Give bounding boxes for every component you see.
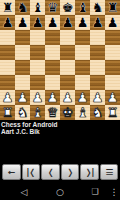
square-h5[interactable] <box>105 45 120 60</box>
square-f8[interactable]: ♝ <box>75 0 90 15</box>
white-bishop-piece: ♝ <box>32 105 44 120</box>
menu-button[interactable]: ☰ <box>100 164 119 180</box>
black-pawn-piece: ♟ <box>2 15 14 30</box>
square-g4[interactable] <box>90 60 105 75</box>
square-h4[interactable] <box>105 60 120 75</box>
white-pawn-piece: ♟ <box>62 90 74 105</box>
square-a5[interactable] <box>0 45 15 60</box>
black-knight-piece: ♞ <box>17 0 29 15</box>
square-a3[interactable] <box>0 75 15 90</box>
white-pawn-piece: ♟ <box>92 90 104 105</box>
square-f4[interactable] <box>75 60 90 75</box>
square-a4[interactable] <box>0 60 15 75</box>
square-g8[interactable]: ♞ <box>90 0 105 15</box>
left-arrow-icon: ← <box>8 166 15 178</box>
square-e3[interactable] <box>60 75 75 90</box>
square-b6[interactable] <box>15 30 30 45</box>
square-h1[interactable]: ♜ <box>105 105 120 120</box>
square-h8[interactable]: ♜ <box>105 0 120 15</box>
black-king-piece: ♚ <box>62 0 74 15</box>
square-e6[interactable] <box>60 30 75 45</box>
square-a2[interactable]: ♟ <box>0 90 15 105</box>
black-bishop-piece: ♝ <box>32 0 44 15</box>
square-h3[interactable] <box>105 75 120 90</box>
white-pawn-piece: ♟ <box>47 90 59 105</box>
white-rook-piece: ♜ <box>2 105 14 120</box>
square-c7[interactable]: ♟ <box>30 15 45 30</box>
black-queen-piece: ♛ <box>47 0 59 15</box>
white-pawn-piece: ♟ <box>77 90 89 105</box>
undo-move-button[interactable]: ← <box>2 164 21 180</box>
android-menu-button[interactable]: ⋮ <box>110 183 118 200</box>
chevron-left-icon: ❬ <box>47 166 54 178</box>
square-c1[interactable]: ♝ <box>30 105 45 120</box>
chevron-right-icon: ❭ <box>66 166 73 178</box>
square-e2[interactable]: ♟ <box>60 90 75 105</box>
black-pawn-piece: ♟ <box>62 15 74 30</box>
square-g5[interactable] <box>90 45 105 60</box>
square-a1[interactable]: ♜ <box>0 105 15 120</box>
white-knight-piece: ♞ <box>17 105 29 120</box>
black-pawn-piece: ♟ <box>92 15 104 30</box>
square-g7[interactable]: ♟ <box>90 15 105 30</box>
skip-start-icon: |❬ <box>26 166 35 178</box>
square-c2[interactable]: ♟ <box>30 90 45 105</box>
square-f7[interactable]: ♟ <box>75 15 90 30</box>
square-h7[interactable]: ♟ <box>105 15 120 30</box>
square-d3[interactable] <box>45 75 60 90</box>
square-f2[interactable]: ♟ <box>75 90 90 105</box>
chess-board[interactable]: ♜♞♝♛♚♝♞♜♟♟♟♟♟♟♟♟♟♟♟♟♟♟♟♟♜♞♝♛♚♝♞♜ <box>0 0 120 120</box>
square-e1[interactable]: ♚ <box>60 105 75 120</box>
app-info-bar: Chess for Android Aart J.C. Bik <box>0 120 120 137</box>
android-recents-button[interactable]: ❑ <box>89 183 101 200</box>
game-toolbar: ←|❬❬❭❭|☰ <box>0 164 120 180</box>
recents-square-icon: ❑ <box>91 187 98 196</box>
square-h2[interactable]: ♟ <box>105 90 120 105</box>
square-c6[interactable] <box>30 30 45 45</box>
square-d8[interactable]: ♛ <box>45 0 60 15</box>
white-knight-piece: ♞ <box>92 105 104 120</box>
skip-end-icon: ❭| <box>85 166 94 178</box>
square-f1[interactable]: ♝ <box>75 105 90 120</box>
black-bishop-piece: ♝ <box>77 0 89 15</box>
square-g2[interactable]: ♟ <box>90 90 105 105</box>
white-king-piece: ♚ <box>62 105 74 120</box>
square-f5[interactable] <box>75 45 90 60</box>
black-pawn-piece: ♟ <box>77 15 89 30</box>
app-author: Aart J.C. Bik <box>1 128 120 135</box>
square-c5[interactable] <box>30 45 45 60</box>
white-pawn-piece: ♟ <box>32 90 44 105</box>
square-d6[interactable] <box>45 30 60 45</box>
black-pawn-piece: ♟ <box>47 15 59 30</box>
square-b7[interactable]: ♟ <box>15 15 30 30</box>
square-e8[interactable]: ♚ <box>60 0 75 15</box>
square-a8[interactable]: ♜ <box>0 0 15 15</box>
black-pawn-piece: ♟ <box>17 15 29 30</box>
white-pawn-piece: ♟ <box>2 90 14 105</box>
square-a6[interactable] <box>0 30 15 45</box>
black-rook-piece: ♜ <box>107 0 119 15</box>
white-pawn-piece: ♟ <box>107 90 119 105</box>
square-c3[interactable] <box>30 75 45 90</box>
square-e5[interactable] <box>60 45 75 60</box>
white-rook-piece: ♜ <box>107 105 119 120</box>
square-d4[interactable] <box>45 60 60 75</box>
hamburger-icon: ☰ <box>105 166 112 178</box>
square-f3[interactable] <box>75 75 90 90</box>
square-b2[interactable]: ♟ <box>15 90 30 105</box>
square-a7[interactable]: ♟ <box>0 15 15 30</box>
square-b5[interactable] <box>15 45 30 60</box>
last-move-button[interactable]: ❭| <box>80 164 99 180</box>
white-queen-piece: ♛ <box>47 105 59 120</box>
square-b1[interactable]: ♞ <box>15 105 30 120</box>
square-d7[interactable]: ♟ <box>45 15 60 30</box>
android-navbar: ◁○❑⋮ <box>0 183 120 200</box>
previous-move-button[interactable]: ❬ <box>41 164 60 180</box>
first-move-button[interactable]: |❬ <box>22 164 41 180</box>
square-c4[interactable] <box>30 60 45 75</box>
square-h6[interactable] <box>105 30 120 45</box>
square-d2[interactable]: ♟ <box>45 90 60 105</box>
home-circle-icon: ○ <box>56 187 64 197</box>
app-title: Chess for Android <box>1 121 120 128</box>
black-pawn-piece: ♟ <box>32 15 44 30</box>
black-rook-piece: ♜ <box>2 0 14 15</box>
square-e4[interactable] <box>60 60 75 75</box>
black-pawn-piece: ♟ <box>107 15 119 30</box>
square-d1[interactable]: ♛ <box>45 105 60 120</box>
square-g3[interactable] <box>90 75 105 90</box>
square-c8[interactable]: ♝ <box>30 0 45 15</box>
android-back-button[interactable]: ◁ <box>18 183 30 200</box>
square-b8[interactable]: ♞ <box>15 0 30 15</box>
square-g1[interactable]: ♞ <box>90 105 105 120</box>
android-home-button[interactable]: ○ <box>54 183 66 200</box>
square-d5[interactable] <box>45 45 60 60</box>
white-pawn-piece: ♟ <box>17 90 29 105</box>
next-move-button[interactable]: ❭ <box>61 164 80 180</box>
white-bishop-piece: ♝ <box>77 105 89 120</box>
back-triangle-icon: ◁ <box>21 187 28 197</box>
square-e7[interactable]: ♟ <box>60 15 75 30</box>
black-knight-piece: ♞ <box>92 0 104 15</box>
square-b3[interactable] <box>15 75 30 90</box>
square-g6[interactable] <box>90 30 105 45</box>
square-f6[interactable] <box>75 30 90 45</box>
vertical-dots-icon: ⋮ <box>110 187 119 197</box>
square-b4[interactable] <box>15 60 30 75</box>
